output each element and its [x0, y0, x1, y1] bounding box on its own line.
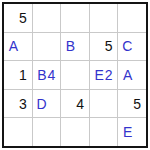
cell-r1c3[interactable]: [61, 4, 89, 32]
cell-letter: A: [4, 39, 18, 53]
cell-number: 1: [18, 68, 32, 82]
cell-letter: B: [33, 68, 47, 82]
cell-letter: E: [118, 125, 132, 139]
cell-number: 5: [104, 39, 118, 53]
cell-r3c2[interactable]: B4: [33, 61, 61, 89]
cell-r3c3[interactable]: [61, 61, 89, 89]
cell-r5c1[interactable]: [4, 118, 32, 146]
cell-letter: B: [61, 39, 75, 53]
cell-r1c5[interactable]: [118, 4, 146, 32]
cell-r5c4[interactable]: [90, 118, 118, 146]
cell-r3c5[interactable]: A: [118, 61, 146, 89]
cell-letter: D: [33, 97, 47, 111]
cell-number: 4: [47, 68, 61, 82]
cell-r5c5[interactable]: E: [118, 118, 146, 146]
cell-r4c4[interactable]: [90, 90, 118, 118]
cell-r4c2[interactable]: D: [33, 90, 61, 118]
cell-r5c2[interactable]: [33, 118, 61, 146]
cell-number: 3: [18, 97, 32, 111]
cell-r3c1[interactable]: 1: [4, 61, 32, 89]
cell-number: 5: [18, 11, 32, 25]
cell-r1c1[interactable]: 5: [4, 4, 32, 32]
puzzle-board: 5 A B 5 C 1 B4 E2 A 3 D 4 5 E: [2, 2, 148, 148]
cell-letter: C: [118, 39, 132, 53]
cell-r4c5[interactable]: 5: [118, 90, 146, 118]
cell-r4c3[interactable]: 4: [61, 90, 89, 118]
cell-number: 4: [75, 97, 89, 111]
cell-number: 5: [132, 97, 146, 111]
cell-r2c2[interactable]: [33, 33, 61, 61]
cell-number: 2: [104, 68, 118, 82]
cell-r2c3[interactable]: B: [61, 33, 89, 61]
cell-r2c1[interactable]: A: [4, 33, 32, 61]
cell-r5c3[interactable]: [61, 118, 89, 146]
cell-r1c2[interactable]: [33, 4, 61, 32]
cell-letter: E: [90, 68, 104, 82]
cell-r1c4[interactable]: [90, 4, 118, 32]
cell-r2c4[interactable]: 5: [90, 33, 118, 61]
cell-letter: A: [118, 68, 132, 82]
cell-r4c1[interactable]: 3: [4, 90, 32, 118]
cell-r2c5[interactable]: C: [118, 33, 146, 61]
cell-r3c4[interactable]: E2: [90, 61, 118, 89]
